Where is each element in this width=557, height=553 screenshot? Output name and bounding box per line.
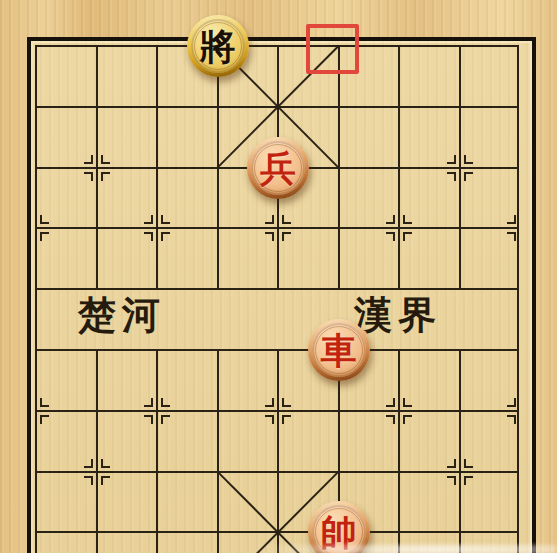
grid-cell [217,471,278,532]
point-marker [282,232,291,241]
point-marker [265,215,274,224]
point-marker [386,415,395,424]
point-marker [161,398,170,407]
point-marker [101,459,110,468]
point-marker [447,459,456,468]
grid-cell [459,45,520,106]
bottom-glare [255,545,557,553]
point-marker [101,476,110,485]
point-marker [144,398,153,407]
point-marker [447,476,456,485]
point-marker [265,232,274,241]
point-marker [282,215,291,224]
point-marker [386,232,395,241]
point-marker [464,155,473,164]
grid-cell [156,531,217,553]
xiangqi-app: 楚河 漢界 將兵車帥 [0,0,557,553]
river-label-right: 漢界 [354,296,442,334]
grid-cell [217,288,278,349]
grid-cell [398,45,459,106]
point-marker [447,172,456,181]
grid-cell [338,106,399,167]
grid-cell [96,531,157,553]
piece-red-chariot[interactable]: 車 [308,319,370,381]
point-marker [40,415,49,424]
point-marker [282,415,291,424]
point-marker [40,398,49,407]
point-marker [40,215,49,224]
point-marker [282,398,291,407]
grid-cell [156,106,217,167]
point-marker [386,398,395,407]
point-marker [464,172,473,181]
point-marker [265,415,274,424]
grid-cell [459,288,520,349]
point-marker [84,172,93,181]
grid-cell [35,531,96,553]
piece-black-general[interactable]: 將 [187,15,249,77]
point-marker [447,155,456,164]
grid-cell [156,471,217,532]
point-marker [507,232,516,241]
point-marker [161,415,170,424]
point-marker [403,215,412,224]
point-marker [161,215,170,224]
point-marker [144,232,153,241]
piece-glyph: 兵 [260,150,296,186]
point-marker [40,232,49,241]
piece-red-soldier[interactable]: 兵 [247,137,309,199]
point-marker [84,155,93,164]
point-marker [403,232,412,241]
point-marker [386,215,395,224]
point-marker [101,155,110,164]
piece-glyph: 將 [200,28,236,64]
point-marker [507,398,516,407]
point-marker [265,398,274,407]
point-marker [144,215,153,224]
point-marker [507,215,516,224]
piece-face: 將 [191,19,245,73]
piece-face: 車 [312,323,366,377]
river-label-left: 楚河 [78,296,166,334]
point-marker [84,459,93,468]
grid-cell [35,45,96,106]
point-marker [464,476,473,485]
point-marker [144,415,153,424]
last-move-highlight [306,24,359,74]
point-marker [507,415,516,424]
point-marker [101,172,110,181]
point-marker [403,398,412,407]
point-marker [161,232,170,241]
point-marker [464,459,473,468]
piece-glyph: 車 [321,332,357,368]
grid-cell [96,45,157,106]
point-marker [84,476,93,485]
piece-face: 兵 [251,141,305,195]
point-marker [403,415,412,424]
